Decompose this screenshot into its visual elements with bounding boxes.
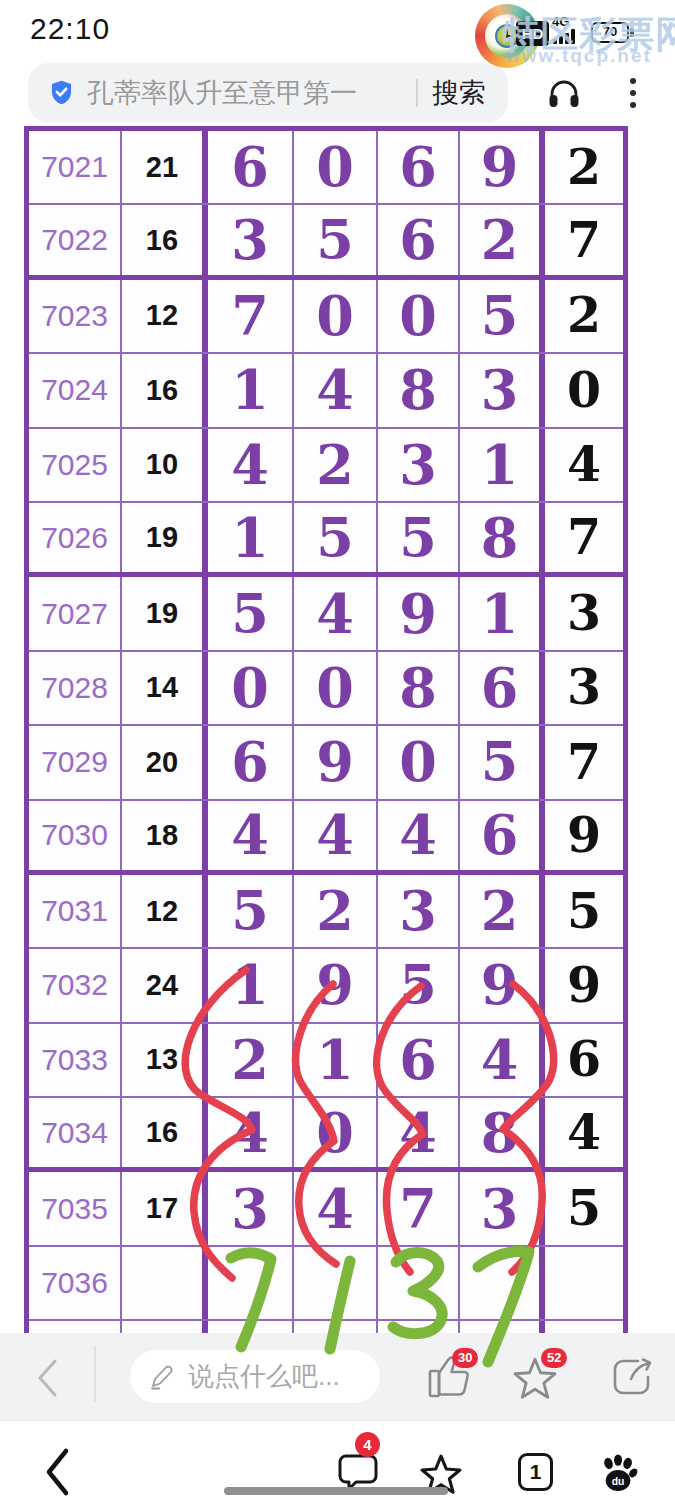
clock-time: 22:10 (30, 12, 110, 46)
sum-cell: 24 (122, 949, 208, 1021)
table-row: 70292069057 (29, 726, 623, 800)
collapse-chevron-icon[interactable] (33, 1358, 61, 1398)
digit-cell: 4 (208, 801, 294, 870)
table-row: 70341640484 (29, 1098, 623, 1172)
issue-cell: 7030 (29, 801, 122, 870)
sum-cell: 19 (122, 577, 208, 649)
digit-cell: 9 (294, 726, 378, 798)
table-row: 70212160692 (29, 131, 623, 205)
special-digit-cell: 9 (545, 801, 623, 870)
sum-cell: 20 (122, 726, 208, 798)
digit-cell: 6 (460, 801, 545, 870)
digit-cell: 4 (294, 801, 378, 870)
digit-cell: 0 (294, 131, 378, 203)
digit-cell: 3 (460, 354, 545, 426)
sum-cell (122, 1321, 208, 1333)
digit-cell: 5 (378, 949, 460, 1021)
digit-cell: 9 (294, 949, 378, 1021)
digit-cell: 3 (460, 1172, 545, 1244)
digit-cell: 8 (378, 652, 460, 724)
digit-cell: 6 (208, 131, 294, 203)
digit-cell: 0 (294, 280, 378, 352)
table-row: 70301844469 (29, 801, 623, 875)
table-row: 70241614830 (29, 354, 623, 428)
sum-cell: 12 (122, 875, 208, 947)
special-digit-cell: 2 (545, 280, 623, 352)
sum-cell: 13 (122, 1024, 208, 1096)
baidu-paw-icon[interactable]: du (600, 1452, 638, 1492)
search-divider (416, 79, 418, 107)
digit-cell: 3 (208, 205, 294, 274)
sum-cell: 14 (122, 652, 208, 724)
issue-cell: 7022 (29, 205, 122, 274)
sum-cell: 12 (122, 280, 208, 352)
table-row: 70322419599 (29, 949, 623, 1023)
sum-cell (122, 1247, 208, 1319)
digit-cell: 4 (294, 577, 378, 649)
issue-cell: 7034 (29, 1098, 122, 1167)
digit-cell: 2 (294, 875, 378, 947)
digit-cell: 0 (294, 652, 378, 724)
special-digit-cell: 7 (545, 205, 623, 274)
comments-count-badge: 4 (355, 1432, 380, 1457)
digit-cell: 9 (460, 949, 545, 1021)
share-icon[interactable] (610, 1356, 654, 1398)
digit-cell: 4 (294, 354, 378, 426)
digit-cell: 5 (294, 205, 378, 274)
digit-cell: 6 (460, 652, 545, 724)
digit-cell: 5 (378, 503, 460, 572)
issue-cell: 7025 (29, 429, 122, 501)
issue-cell: 7035 (29, 1172, 122, 1244)
tabs-count-button[interactable]: 1 (518, 1453, 553, 1491)
special-digit-cell: 2 (545, 131, 623, 203)
sum-cell: 19 (122, 503, 208, 572)
toolbar-divider (94, 1346, 96, 1402)
sum-cell: 10 (122, 429, 208, 501)
digit-cell (460, 1321, 545, 1333)
special-digit-cell: 6 (545, 1024, 623, 1096)
favorite-count-badge: 52 (541, 1348, 567, 1368)
digit-cell: 5 (208, 875, 294, 947)
table-row: 70311252325 (29, 875, 623, 949)
digit-cell: 9 (378, 577, 460, 649)
special-digit-cell: 7 (545, 503, 623, 572)
digit-cell: 2 (208, 1024, 294, 1096)
table-row: 70251042314 (29, 429, 623, 503)
table-row: 70221635627 (29, 205, 623, 279)
sum-cell: 17 (122, 1172, 208, 1244)
search-button[interactable]: 搜索 (432, 75, 486, 111)
special-digit-cell: 3 (545, 652, 623, 724)
digit-cell: 5 (208, 577, 294, 649)
table-row: 70331321646 (29, 1024, 623, 1098)
digit-cell: 0 (378, 280, 460, 352)
special-digit-cell: 0 (545, 354, 623, 426)
digit-cell (208, 1247, 294, 1319)
table-row: 70231270052 (29, 280, 623, 354)
digit-cell: 4 (208, 429, 294, 501)
digit-cell: 5 (294, 503, 378, 572)
digit-cell: 3 (208, 1172, 294, 1244)
special-digit-cell: 3 (545, 577, 623, 649)
digit-cell (378, 1247, 460, 1319)
sum-cell: 16 (122, 354, 208, 426)
digit-cell (378, 1321, 460, 1333)
special-digit-cell: 4 (545, 1098, 623, 1167)
headset-listen-icon[interactable] (545, 74, 583, 112)
digit-cell: 4 (294, 1172, 378, 1244)
digit-cell: 1 (460, 429, 545, 501)
comment-placeholder: 说点什么吧... (188, 1359, 340, 1394)
digit-cell: 7 (208, 280, 294, 352)
digit-cell: 2 (460, 205, 545, 274)
issue-cell: 7024 (29, 354, 122, 426)
digit-cell: 6 (378, 131, 460, 203)
digit-cell: 1 (208, 503, 294, 572)
digit-cell (294, 1247, 378, 1319)
issue-cell: 7021 (29, 131, 122, 203)
table-row: 70271954913 (29, 577, 623, 651)
issue-cell: 7029 (29, 726, 122, 798)
digit-cell: 0 (294, 1098, 378, 1167)
issue-cell: 7028 (29, 652, 122, 724)
sum-cell: 16 (122, 205, 208, 274)
table-row: 70351734735 (29, 1172, 623, 1246)
special-digit-cell: 9 (545, 949, 623, 1021)
digit-cell: 1 (460, 577, 545, 649)
issue-cell: 7031 (29, 875, 122, 947)
svg-text:du: du (612, 1476, 625, 1487)
special-digit-cell (545, 1321, 623, 1333)
digit-cell: 3 (378, 875, 460, 947)
table-row: 7036 (29, 1247, 623, 1321)
sum-cell: 18 (122, 801, 208, 870)
comment-input[interactable]: 说点什么吧... (130, 1350, 380, 1403)
digit-cell: 8 (460, 1098, 545, 1167)
digit-cell: 8 (378, 354, 460, 426)
table-row (29, 1321, 623, 1333)
issue-cell: 7036 (29, 1247, 122, 1319)
digit-cell: 1 (294, 1024, 378, 1096)
digit-cell: 1 (208, 949, 294, 1021)
digit-cell: 4 (378, 801, 460, 870)
special-digit-cell (545, 1247, 623, 1319)
table-row: 70281400863 (29, 652, 623, 726)
browser-menu-icon[interactable] (628, 74, 638, 112)
security-shield-icon (48, 79, 75, 106)
special-digit-cell: 5 (545, 875, 623, 947)
digit-cell: 0 (378, 726, 460, 798)
digit-cell: 2 (460, 875, 545, 947)
digit-cell: 9 (460, 131, 545, 203)
special-digit-cell: 7 (545, 726, 623, 798)
digit-cell: 5 (460, 726, 545, 798)
issue-cell: 7032 (29, 949, 122, 1021)
digit-cell: 6 (378, 205, 460, 274)
digit-cell (294, 1321, 378, 1333)
sum-cell: 21 (122, 131, 208, 203)
table-row: 70261915587 (29, 503, 623, 577)
special-digit-cell: 4 (545, 429, 623, 501)
home-indicator[interactable] (224, 1487, 448, 1495)
lottery-draw-table: 7021216069270221635627702312700527024161… (24, 126, 628, 1333)
digit-cell: 2 (294, 429, 378, 501)
digit-cell: 4 (460, 1024, 545, 1096)
back-icon[interactable] (42, 1447, 72, 1497)
digit-cell: 7 (378, 1172, 460, 1244)
digit-cell: 8 (460, 503, 545, 572)
issue-cell: 7023 (29, 280, 122, 352)
digit-cell: 5 (460, 280, 545, 352)
digit-cell: 0 (208, 652, 294, 724)
browser-search-bar[interactable]: 孔蒂率队升至意甲第一 搜索 (28, 63, 508, 122)
digit-cell: 6 (378, 1024, 460, 1096)
issue-cell: 7033 (29, 1024, 122, 1096)
like-count-badge: 30 (452, 1348, 478, 1368)
digit-cell: 4 (378, 1098, 460, 1167)
issue-cell: 7027 (29, 577, 122, 649)
sum-cell: 16 (122, 1098, 208, 1167)
issue-cell (29, 1321, 122, 1333)
digit-cell (208, 1321, 294, 1333)
search-query-text[interactable]: 孔蒂率队升至意甲第一 (87, 75, 416, 111)
watermark-site-url: www.tqcp.net (505, 45, 652, 67)
digit-cell: 6 (208, 726, 294, 798)
special-digit-cell: 5 (545, 1172, 623, 1244)
issue-cell: 7026 (29, 503, 122, 572)
digit-cell: 1 (208, 354, 294, 426)
digit-cell: 3 (378, 429, 460, 501)
digit-cell (460, 1247, 545, 1319)
digit-cell: 4 (208, 1098, 294, 1167)
pencil-icon (148, 1362, 178, 1392)
